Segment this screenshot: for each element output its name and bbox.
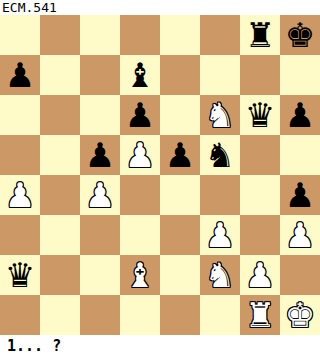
square-e3[interactable] xyxy=(160,215,200,255)
black-king-h8: ♚ xyxy=(285,15,315,55)
square-h8[interactable]: ♚ xyxy=(280,15,320,55)
square-f8[interactable] xyxy=(200,15,240,55)
square-b4[interactable] xyxy=(40,175,80,215)
square-h5[interactable] xyxy=(280,135,320,175)
square-c1[interactable] xyxy=(80,295,120,335)
chess-board: ♜♚♟♝♟♞♛♟♟♟♟♞♟♟♟♟♟♛♝♞♟♜♚ xyxy=(0,15,320,335)
square-d3[interactable] xyxy=(120,215,160,255)
square-b1[interactable] xyxy=(40,295,80,335)
square-e4[interactable] xyxy=(160,175,200,215)
square-d6[interactable]: ♟ xyxy=(120,95,160,135)
square-c6[interactable] xyxy=(80,95,120,135)
black-rook-g8: ♜ xyxy=(245,15,275,55)
white-pawn-c4: ♟ xyxy=(85,175,115,215)
square-c7[interactable] xyxy=(80,55,120,95)
square-f1[interactable] xyxy=(200,295,240,335)
square-d5[interactable]: ♟ xyxy=(120,135,160,175)
square-g1[interactable]: ♜ xyxy=(240,295,280,335)
white-pawn-f3: ♟ xyxy=(205,215,235,255)
square-b7[interactable] xyxy=(40,55,80,95)
square-f3[interactable]: ♟ xyxy=(200,215,240,255)
square-f5[interactable]: ♞ xyxy=(200,135,240,175)
white-knight-f6: ♞ xyxy=(205,95,235,135)
square-d7[interactable]: ♝ xyxy=(120,55,160,95)
black-knight-f5: ♞ xyxy=(205,135,235,175)
square-f2[interactable]: ♞ xyxy=(200,255,240,295)
square-a8[interactable] xyxy=(0,15,40,55)
square-b3[interactable] xyxy=(40,215,80,255)
black-queen-g6: ♛ xyxy=(245,95,275,135)
square-e6[interactable] xyxy=(160,95,200,135)
move-prompt: 1... ? xyxy=(0,335,320,360)
square-c8[interactable] xyxy=(80,15,120,55)
square-d2[interactable]: ♝ xyxy=(120,255,160,295)
square-f6[interactable]: ♞ xyxy=(200,95,240,135)
square-b5[interactable] xyxy=(40,135,80,175)
white-pawn-g2: ♟ xyxy=(245,255,275,295)
white-pawn-a4: ♟ xyxy=(5,175,35,215)
black-pawn-h6: ♟ xyxy=(285,95,315,135)
square-h3[interactable]: ♟ xyxy=(280,215,320,255)
square-g4[interactable] xyxy=(240,175,280,215)
white-pawn-d5: ♟ xyxy=(125,135,155,175)
square-e8[interactable] xyxy=(160,15,200,55)
square-d8[interactable] xyxy=(120,15,160,55)
white-bishop-d2: ♝ xyxy=(125,255,155,295)
square-g8[interactable]: ♜ xyxy=(240,15,280,55)
square-a3[interactable] xyxy=(0,215,40,255)
square-h6[interactable]: ♟ xyxy=(280,95,320,135)
square-h2[interactable] xyxy=(280,255,320,295)
square-h1[interactable]: ♚ xyxy=(280,295,320,335)
black-pawn-h4: ♟ xyxy=(285,175,315,215)
square-a2[interactable]: ♛ xyxy=(0,255,40,295)
square-g2[interactable]: ♟ xyxy=(240,255,280,295)
square-a5[interactable] xyxy=(0,135,40,175)
black-pawn-e5: ♟ xyxy=(165,135,195,175)
square-e5[interactable]: ♟ xyxy=(160,135,200,175)
white-king-h1: ♚ xyxy=(285,295,315,335)
black-bishop-d7: ♝ xyxy=(125,55,155,95)
square-c2[interactable] xyxy=(80,255,120,295)
square-g3[interactable] xyxy=(240,215,280,255)
puzzle-id: ECM.541 xyxy=(0,0,320,15)
square-e7[interactable] xyxy=(160,55,200,95)
square-b6[interactable] xyxy=(40,95,80,135)
square-b8[interactable] xyxy=(40,15,80,55)
square-g7[interactable] xyxy=(240,55,280,95)
white-pawn-h3: ♟ xyxy=(285,215,315,255)
black-pawn-d6: ♟ xyxy=(125,95,155,135)
square-h7[interactable] xyxy=(280,55,320,95)
square-h4[interactable]: ♟ xyxy=(280,175,320,215)
square-e1[interactable] xyxy=(160,295,200,335)
square-c4[interactable]: ♟ xyxy=(80,175,120,215)
black-queen-a2: ♛ xyxy=(5,255,35,295)
white-rook-g1: ♜ xyxy=(245,295,275,335)
square-d1[interactable] xyxy=(120,295,160,335)
square-a7[interactable]: ♟ xyxy=(0,55,40,95)
square-a4[interactable]: ♟ xyxy=(0,175,40,215)
square-g6[interactable]: ♛ xyxy=(240,95,280,135)
square-c5[interactable]: ♟ xyxy=(80,135,120,175)
square-f7[interactable] xyxy=(200,55,240,95)
square-a1[interactable] xyxy=(0,295,40,335)
black-pawn-a7: ♟ xyxy=(5,55,35,95)
square-f4[interactable] xyxy=(200,175,240,215)
white-knight-f2: ♞ xyxy=(205,255,235,295)
square-b2[interactable] xyxy=(40,255,80,295)
square-g5[interactable] xyxy=(240,135,280,175)
square-a6[interactable] xyxy=(0,95,40,135)
black-pawn-c5: ♟ xyxy=(85,135,115,175)
square-d4[interactable] xyxy=(120,175,160,215)
square-c3[interactable] xyxy=(80,215,120,255)
square-e2[interactable] xyxy=(160,255,200,295)
